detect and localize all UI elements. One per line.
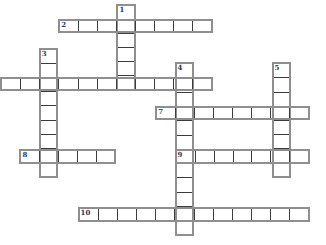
cell-r14-c5[interactable] xyxy=(99,209,118,220)
cell-r3-c2[interactable]: 3 xyxy=(41,50,56,64)
cell-r11-c9[interactable] xyxy=(177,164,192,178)
cell-r14-c10[interactable] xyxy=(195,209,214,220)
cell-r14-c8[interactable] xyxy=(156,209,175,220)
clue-number: 2 xyxy=(61,21,66,29)
cell-r9-c9[interactable] xyxy=(177,136,192,150)
cell-r7-c9[interactable] xyxy=(176,108,195,119)
word-8-across: 8 xyxy=(19,149,116,164)
cell-r8-c9[interactable] xyxy=(177,121,192,135)
cell-r2-c6[interactable] xyxy=(118,34,133,48)
cell-r14-c11[interactable] xyxy=(214,209,233,220)
cell-r14-c14[interactable] xyxy=(271,209,290,220)
cell-r5-c10[interactable] xyxy=(193,79,211,90)
cell-r15-c9[interactable] xyxy=(177,221,192,234)
cell-r10-c11[interactable] xyxy=(215,151,234,162)
cell-r7-c11[interactable] xyxy=(214,108,233,119)
cell-r14-c15[interactable] xyxy=(290,209,308,220)
clue-number: 10 xyxy=(81,209,91,217)
cell-r10-c10[interactable] xyxy=(196,151,215,162)
cell-r10-c12[interactable] xyxy=(234,151,253,162)
cell-r11-c14[interactable] xyxy=(274,163,289,176)
cell-r6-c2[interactable] xyxy=(41,92,56,106)
cell-r1-c9[interactable] xyxy=(174,21,193,32)
cell-r6-c14[interactable] xyxy=(274,93,289,107)
cell-r10-c14[interactable] xyxy=(271,151,290,162)
cell-r1-c8[interactable] xyxy=(155,21,174,32)
clue-number: 3 xyxy=(42,50,47,58)
cell-r10-c15[interactable] xyxy=(290,151,308,162)
cell-r12-c9[interactable] xyxy=(177,178,192,192)
cell-r14-c9[interactable] xyxy=(175,209,194,220)
cell-r8-c14[interactable] xyxy=(274,121,289,135)
cell-r7-c13[interactable] xyxy=(252,108,271,119)
cell-r4-c14[interactable]: 5 xyxy=(274,64,289,78)
cell-r10-c3[interactable] xyxy=(59,151,78,162)
cell-r1-c5[interactable] xyxy=(98,21,117,32)
cell-r7-c8[interactable]: 7 xyxy=(157,108,176,119)
cell-r5-c2[interactable] xyxy=(40,79,59,90)
cell-r14-c6[interactable] xyxy=(118,209,137,220)
cell-r10-c2[interactable] xyxy=(40,151,59,162)
cell-r9-c2[interactable] xyxy=(41,135,56,149)
cell-r5-c14[interactable] xyxy=(274,78,289,92)
cell-r4-c6[interactable] xyxy=(118,62,133,76)
cell-r5-c1[interactable] xyxy=(21,79,40,90)
clue-number: 1 xyxy=(119,6,124,14)
cell-r10-c5[interactable] xyxy=(97,151,115,162)
cell-r5-c3[interactable] xyxy=(59,79,78,90)
cell-r10-c1[interactable]: 8 xyxy=(21,151,40,162)
cell-r7-c2[interactable] xyxy=(41,106,56,120)
cell-r8-c2[interactable] xyxy=(41,121,56,135)
cell-r11-c2[interactable] xyxy=(41,163,56,176)
cell-r5-c0[interactable] xyxy=(2,79,21,90)
cell-r14-c4[interactable]: 10 xyxy=(80,209,99,220)
cell-r5-c7[interactable] xyxy=(136,79,155,90)
word-unnumbered-across xyxy=(0,77,213,92)
cell-r9-c14[interactable] xyxy=(274,135,289,149)
clue-number: 9 xyxy=(178,151,183,159)
cell-r1-c4[interactable] xyxy=(79,21,98,32)
cell-r5-c9[interactable] xyxy=(174,79,193,90)
word-7-across: 7 xyxy=(155,106,310,121)
cell-r3-c6[interactable] xyxy=(118,48,133,62)
cell-r10-c4[interactable] xyxy=(78,151,97,162)
cell-r1-c10[interactable] xyxy=(193,21,211,32)
cell-r7-c14[interactable] xyxy=(271,108,290,119)
cell-r7-c15[interactable] xyxy=(290,108,308,119)
cell-r7-c10[interactable] xyxy=(195,108,214,119)
cell-r13-c9[interactable] xyxy=(177,193,192,207)
clue-number: 7 xyxy=(158,108,163,116)
cell-r14-c7[interactable] xyxy=(137,209,156,220)
word-9-across: 9 xyxy=(175,149,311,164)
cell-r5-c8[interactable] xyxy=(155,79,174,90)
cell-r7-c12[interactable] xyxy=(233,108,252,119)
clue-number: 4 xyxy=(178,64,183,72)
cell-r1-c7[interactable] xyxy=(136,21,155,32)
word-2-across: 2 xyxy=(58,19,213,34)
cell-r5-c5[interactable] xyxy=(98,79,117,90)
cell-r1-c6[interactable] xyxy=(117,21,136,32)
cell-r10-c9[interactable]: 9 xyxy=(177,151,196,162)
cell-r5-c4[interactable] xyxy=(79,79,98,90)
clue-number: 5 xyxy=(275,64,280,72)
cell-r14-c12[interactable] xyxy=(233,209,252,220)
cell-r5-c6[interactable] xyxy=(117,79,136,90)
clue-number: 8 xyxy=(22,151,27,159)
cell-r14-c13[interactable] xyxy=(252,209,271,220)
cell-r10-c13[interactable] xyxy=(252,151,271,162)
word-10-across: 10 xyxy=(78,207,311,222)
cell-r1-c3[interactable]: 2 xyxy=(60,21,79,32)
crossword-board: 1234578910 xyxy=(0,0,326,245)
